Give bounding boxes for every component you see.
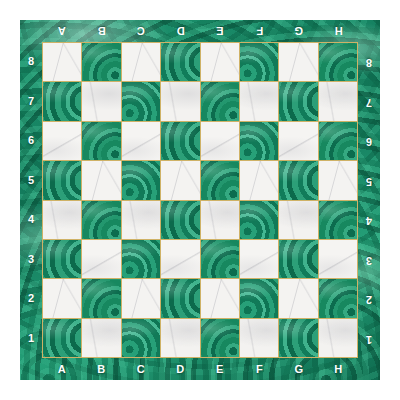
file-labels-bottom: ABCDEFGH bbox=[42, 358, 358, 380]
square-e6[interactable] bbox=[201, 122, 239, 160]
square-f8[interactable] bbox=[240, 43, 278, 81]
square-g5[interactable] bbox=[279, 161, 317, 199]
file-label-f: F bbox=[240, 358, 280, 380]
square-f5[interactable] bbox=[240, 161, 278, 199]
square-a3[interactable] bbox=[43, 240, 81, 278]
file-label-a: A bbox=[42, 20, 82, 42]
square-c4[interactable] bbox=[122, 201, 160, 239]
square-c6[interactable] bbox=[122, 122, 160, 160]
rank-label-2: 2 bbox=[358, 279, 380, 319]
file-label-c: C bbox=[121, 20, 161, 42]
square-c5[interactable] bbox=[122, 161, 160, 199]
square-a8[interactable] bbox=[43, 43, 81, 81]
square-e3[interactable] bbox=[201, 240, 239, 278]
square-d3[interactable] bbox=[161, 240, 199, 278]
page-background: ABCDEFGH 87654321 87654321 ABCDEFGH bbox=[0, 0, 400, 400]
square-a5[interactable] bbox=[43, 161, 81, 199]
square-h2[interactable] bbox=[319, 279, 357, 317]
file-label-b: B bbox=[82, 358, 122, 380]
square-b4[interactable] bbox=[82, 201, 120, 239]
file-label-b: B bbox=[82, 20, 122, 42]
square-c2[interactable] bbox=[122, 279, 160, 317]
file-labels-top: ABCDEFGH bbox=[42, 20, 358, 42]
square-g2[interactable] bbox=[279, 279, 317, 317]
square-e2[interactable] bbox=[201, 279, 239, 317]
square-g3[interactable] bbox=[279, 240, 317, 278]
square-e1[interactable] bbox=[201, 319, 239, 357]
square-g8[interactable] bbox=[279, 43, 317, 81]
rank-label-4: 4 bbox=[358, 200, 380, 240]
square-c3[interactable] bbox=[122, 240, 160, 278]
square-h4[interactable] bbox=[319, 201, 357, 239]
rank-labels-right: 87654321 bbox=[358, 42, 380, 358]
square-e4[interactable] bbox=[201, 201, 239, 239]
square-f2[interactable] bbox=[240, 279, 278, 317]
file-label-g: G bbox=[279, 358, 319, 380]
square-a7[interactable] bbox=[43, 82, 81, 120]
square-a1[interactable] bbox=[43, 319, 81, 357]
square-e7[interactable] bbox=[201, 82, 239, 120]
file-label-a: A bbox=[42, 358, 82, 380]
rank-label-3: 3 bbox=[20, 240, 42, 280]
square-e5[interactable] bbox=[201, 161, 239, 199]
rank-label-7: 7 bbox=[358, 82, 380, 122]
square-f1[interactable] bbox=[240, 319, 278, 357]
file-label-c: C bbox=[121, 358, 161, 380]
rank-labels-left: 87654321 bbox=[20, 42, 42, 358]
rank-label-7: 7 bbox=[20, 82, 42, 122]
square-g4[interactable] bbox=[279, 201, 317, 239]
square-d5[interactable] bbox=[161, 161, 199, 199]
square-b7[interactable] bbox=[82, 82, 120, 120]
square-c8[interactable] bbox=[122, 43, 160, 81]
square-g7[interactable] bbox=[279, 82, 317, 120]
square-b8[interactable] bbox=[82, 43, 120, 81]
square-d1[interactable] bbox=[161, 319, 199, 357]
rank-label-1: 1 bbox=[20, 319, 42, 359]
rank-label-1: 1 bbox=[358, 319, 380, 359]
square-h7[interactable] bbox=[319, 82, 357, 120]
file-label-g: G bbox=[279, 20, 319, 42]
rank-label-6: 6 bbox=[358, 121, 380, 161]
square-f4[interactable] bbox=[240, 201, 278, 239]
square-a2[interactable] bbox=[43, 279, 81, 317]
square-d2[interactable] bbox=[161, 279, 199, 317]
square-c7[interactable] bbox=[122, 82, 160, 120]
square-f7[interactable] bbox=[240, 82, 278, 120]
square-b3[interactable] bbox=[82, 240, 120, 278]
square-e8[interactable] bbox=[201, 43, 239, 81]
square-f3[interactable] bbox=[240, 240, 278, 278]
rank-label-6: 6 bbox=[20, 121, 42, 161]
chess-board: ABCDEFGH 87654321 87654321 ABCDEFGH bbox=[20, 20, 380, 380]
rank-label-4: 4 bbox=[20, 200, 42, 240]
square-h6[interactable] bbox=[319, 122, 357, 160]
square-f6[interactable] bbox=[240, 122, 278, 160]
square-b6[interactable] bbox=[82, 122, 120, 160]
file-label-d: D bbox=[161, 20, 201, 42]
square-b2[interactable] bbox=[82, 279, 120, 317]
file-label-h: H bbox=[319, 358, 359, 380]
square-a4[interactable] bbox=[43, 201, 81, 239]
square-h8[interactable] bbox=[319, 43, 357, 81]
square-b5[interactable] bbox=[82, 161, 120, 199]
square-c1[interactable] bbox=[122, 319, 160, 357]
file-label-e: E bbox=[200, 20, 240, 42]
square-d8[interactable] bbox=[161, 43, 199, 81]
file-label-f: F bbox=[240, 20, 280, 42]
square-g6[interactable] bbox=[279, 122, 317, 160]
square-b1[interactable] bbox=[82, 319, 120, 357]
rank-label-5: 5 bbox=[20, 161, 42, 201]
rank-label-8: 8 bbox=[20, 42, 42, 82]
square-h5[interactable] bbox=[319, 161, 357, 199]
square-d6[interactable] bbox=[161, 122, 199, 160]
file-label-h: H bbox=[319, 20, 359, 42]
board-grid bbox=[42, 42, 358, 358]
square-h3[interactable] bbox=[319, 240, 357, 278]
file-label-d: D bbox=[161, 358, 201, 380]
square-h1[interactable] bbox=[319, 319, 357, 357]
rank-label-5: 5 bbox=[358, 161, 380, 201]
square-d4[interactable] bbox=[161, 201, 199, 239]
rank-label-3: 3 bbox=[358, 240, 380, 280]
rank-label-2: 2 bbox=[20, 279, 42, 319]
file-label-e: E bbox=[200, 358, 240, 380]
square-g1[interactable] bbox=[279, 319, 317, 357]
square-a6[interactable] bbox=[43, 122, 81, 160]
square-d7[interactable] bbox=[161, 82, 199, 120]
rank-label-8: 8 bbox=[358, 42, 380, 82]
